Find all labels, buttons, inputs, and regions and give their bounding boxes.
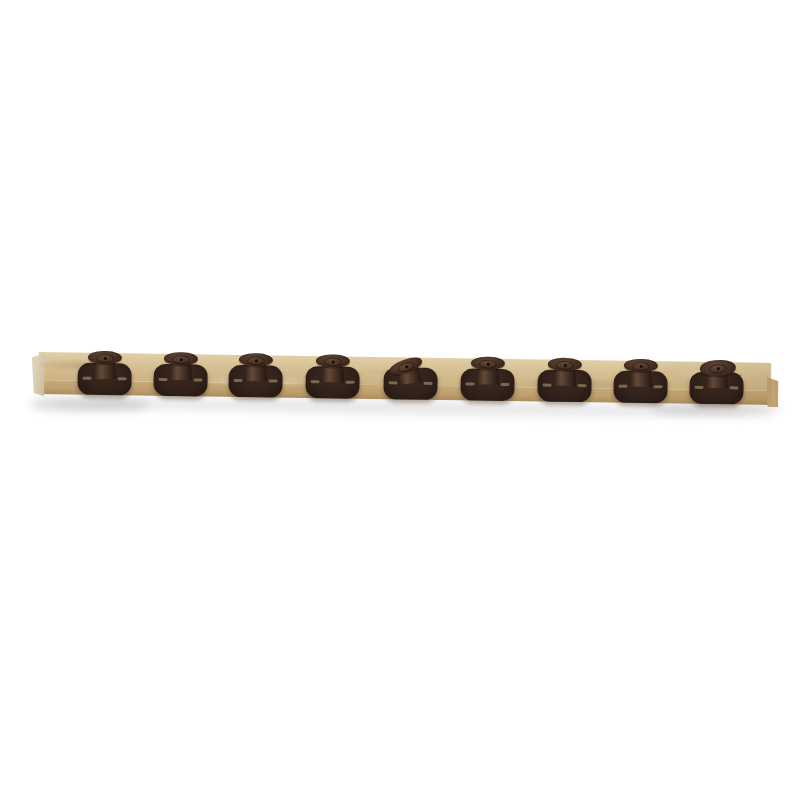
knob-cap	[548, 358, 582, 372]
knob-screw-slot-right	[424, 382, 433, 385]
knob-cap	[164, 352, 198, 366]
knob-4-upright	[304, 354, 361, 399]
knob-cap	[624, 359, 658, 373]
ground-shadow-left	[30, 398, 150, 412]
knob-screw-slot-left	[695, 386, 704, 389]
knob-cap-center-dot	[486, 362, 489, 365]
knob-cap	[88, 351, 122, 365]
knob-screw-slot-right	[501, 383, 510, 386]
knob-cap-center-dot	[331, 360, 334, 363]
knob-screw-slot-left	[234, 379, 243, 382]
knob-6-upright	[459, 356, 516, 401]
knob-screw-slot-left	[159, 378, 168, 381]
knob-cap-center-dot	[639, 364, 642, 367]
knob-screw-slot-left	[619, 385, 628, 388]
knob-7-upright	[536, 357, 593, 402]
photo-stage	[0, 0, 800, 800]
knob-cap-center-dot	[563, 363, 566, 366]
knob-screw-slot-right	[269, 379, 278, 382]
knob-8-upright	[612, 359, 669, 404]
knob-row	[32, 352, 777, 405]
knob-screw-slot-left	[389, 381, 398, 384]
knob-cap-center-dot	[103, 357, 106, 360]
knob-screw-slot-right	[118, 377, 127, 380]
knob-screw-slot-right	[578, 384, 587, 387]
knob-screw-slot-right	[730, 386, 739, 389]
knob-screw-slot-left	[311, 380, 320, 383]
knob-screw-slot-right	[346, 381, 355, 384]
knob-1-upright	[76, 351, 133, 396]
wood-strip	[32, 352, 777, 405]
knob-screw-slot-left	[83, 377, 92, 380]
knob-screw-slot-right	[654, 385, 663, 388]
knob-screw-slot-left	[543, 384, 552, 387]
knob-screw-slot-right	[194, 378, 203, 381]
knob-cap-center-dot	[254, 359, 257, 362]
knob-cap	[239, 353, 273, 367]
knob-5-tilted	[382, 355, 439, 400]
knob-2-upright	[152, 352, 209, 397]
knob-cap	[316, 354, 350, 368]
knob-9-dome	[688, 360, 745, 405]
knob-screw-slot-left	[466, 382, 475, 385]
knob-cap-center-dot	[716, 367, 719, 370]
knob-cap	[471, 356, 505, 370]
knob-3-upright	[227, 353, 284, 398]
knob-cap-center-dot	[179, 358, 182, 361]
